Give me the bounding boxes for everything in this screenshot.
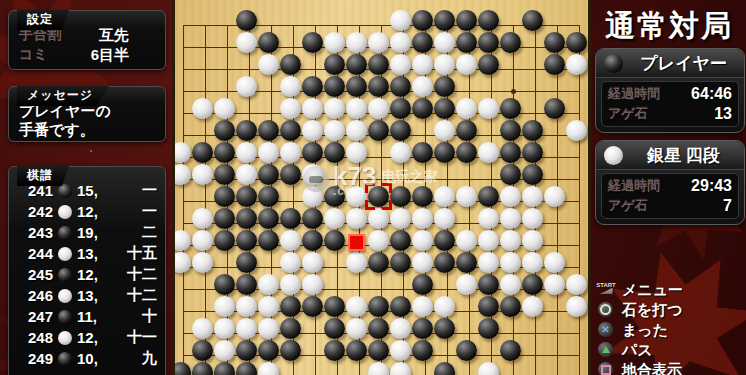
black-stone <box>390 252 411 273</box>
white-stone <box>302 252 323 273</box>
white-stone <box>192 164 213 185</box>
black-stone <box>324 230 345 251</box>
white-stone <box>500 252 521 273</box>
black-stone <box>280 164 301 185</box>
white-stone <box>390 54 411 75</box>
black-stone <box>544 32 565 53</box>
white-stone <box>456 98 477 119</box>
controller-hints: START メニュー 石を打つ ✕ まった パス 地合表示 <box>598 280 683 375</box>
white-stone <box>544 274 565 295</box>
white-stone <box>172 230 191 251</box>
black-stone <box>280 54 301 75</box>
black-stone <box>302 32 323 53</box>
white-stone-icon <box>604 146 623 165</box>
black-stone <box>456 10 477 31</box>
black-stone <box>214 142 235 163</box>
white-stone <box>478 252 499 273</box>
white-stone <box>390 208 411 229</box>
captures-value: 13 <box>714 105 732 123</box>
white-stone <box>522 208 543 229</box>
captures-label: アゲ石 <box>608 197 648 215</box>
white-stone <box>236 296 257 317</box>
white-stone <box>258 318 279 339</box>
black-stone <box>522 274 543 295</box>
black-stone <box>236 340 257 361</box>
white-stone <box>214 296 235 317</box>
white-stone <box>478 98 499 119</box>
black-stone <box>434 76 455 97</box>
player-black-stats: 経過時間 64:46 アゲ石 13 <box>601 81 739 127</box>
white-stone <box>434 54 455 75</box>
white-stone <box>172 252 191 273</box>
white-stone <box>500 274 521 295</box>
black-stone <box>412 274 433 295</box>
elapsed-time-value: 64:46 <box>691 85 732 103</box>
black-stone <box>390 296 411 317</box>
white-stone <box>522 252 543 273</box>
white-stone <box>368 98 389 119</box>
white-stone <box>172 164 191 185</box>
black-stone <box>412 142 433 163</box>
black-stone <box>522 142 543 163</box>
black-stone <box>280 296 301 317</box>
black-stone <box>390 120 411 141</box>
triangle-button-icon <box>598 342 614 358</box>
white-stone <box>258 296 279 317</box>
white-stone <box>500 208 521 229</box>
white-stone <box>324 32 345 53</box>
black-stone <box>500 340 521 361</box>
white-stone <box>390 318 411 339</box>
white-stone <box>566 54 587 75</box>
white-stone <box>346 186 367 207</box>
white-stone <box>456 230 477 251</box>
white-stone <box>258 274 279 295</box>
black-stone <box>456 120 477 141</box>
white-stone <box>500 186 521 207</box>
black-stone <box>478 32 499 53</box>
white-stone <box>434 120 455 141</box>
white-stone <box>302 164 323 185</box>
white-stone <box>522 296 543 317</box>
white-stone <box>214 98 235 119</box>
black-stone <box>478 10 499 31</box>
black-stone <box>390 186 411 207</box>
black-stone <box>214 274 235 295</box>
white-stone-icon <box>58 289 72 303</box>
black-stone <box>368 340 389 361</box>
black-stone <box>236 10 257 31</box>
kifu-move-row: 24812,十一 <box>9 327 165 348</box>
black-stone <box>500 142 521 163</box>
elapsed-time-label: 経過時間 <box>608 177 660 195</box>
white-stone <box>478 142 499 163</box>
white-stone <box>192 252 213 273</box>
black-stone <box>500 120 521 141</box>
white-stone <box>368 32 389 53</box>
white-stone <box>456 54 477 75</box>
black-stone <box>236 186 257 207</box>
black-stone <box>302 230 323 251</box>
white-stone-icon <box>58 331 72 345</box>
black-stone <box>390 76 411 97</box>
black-stone <box>478 186 499 207</box>
black-stone <box>236 252 257 273</box>
black-stone <box>368 296 389 317</box>
elapsed-time-value: 29:43 <box>691 177 732 195</box>
black-stone <box>258 186 279 207</box>
captures-value: 7 <box>723 197 732 215</box>
black-stone <box>302 296 323 317</box>
white-stone <box>192 318 213 339</box>
black-stone <box>214 208 235 229</box>
black-stone <box>258 208 279 229</box>
black-stone <box>280 318 301 339</box>
black-stone <box>434 142 455 163</box>
black-stone <box>412 340 433 361</box>
white-stone <box>346 142 367 163</box>
black-stone <box>324 340 345 361</box>
black-stone <box>544 98 565 119</box>
player-white-header: 銀星 四段 <box>596 141 744 170</box>
kifu-move-row: 24910,九 <box>9 348 165 369</box>
white-stone <box>302 98 323 119</box>
kifu-move-row: 24212,一 <box>9 201 165 222</box>
black-stone <box>434 10 455 31</box>
white-stone <box>280 252 301 273</box>
white-stone <box>346 98 367 119</box>
white-stone <box>368 208 389 229</box>
komi-label: コミ <box>19 46 48 64</box>
black-stone <box>456 252 477 273</box>
komi-row: コミ 6目半 <box>9 45 165 65</box>
white-stone <box>236 32 257 53</box>
black-stone <box>258 164 279 185</box>
white-stone <box>192 98 213 119</box>
white-stone <box>346 252 367 273</box>
white-stone <box>214 318 235 339</box>
white-stone <box>412 252 433 273</box>
white-stone <box>390 10 411 31</box>
square-button-icon <box>598 362 614 375</box>
black-stone <box>478 318 499 339</box>
black-stone <box>368 318 389 339</box>
white-stone <box>172 142 191 163</box>
placement-cursor[interactable] <box>348 234 365 251</box>
black-stone <box>214 120 235 141</box>
white-stone <box>478 230 499 251</box>
white-stone <box>390 32 411 53</box>
white-stone <box>522 230 543 251</box>
black-stone <box>324 318 345 339</box>
white-stone <box>280 76 301 97</box>
black-stone <box>456 340 477 361</box>
black-stone-icon <box>58 268 72 282</box>
black-stone <box>368 120 389 141</box>
white-stone <box>236 76 257 97</box>
star-point <box>511 89 516 94</box>
white-stone <box>566 120 587 141</box>
black-stone <box>478 274 499 295</box>
player-black-header: プレイヤー <box>596 49 744 78</box>
black-stone <box>236 120 257 141</box>
kifu-move-row: 24711,十 <box>9 306 165 327</box>
black-stone <box>258 32 279 53</box>
white-stone <box>236 164 257 185</box>
last-move-marker <box>365 183 392 210</box>
white-stone <box>302 120 323 141</box>
white-stone <box>324 120 345 141</box>
black-stone <box>434 98 455 119</box>
black-stone <box>258 120 279 141</box>
white-stone <box>236 142 257 163</box>
black-stone <box>280 340 301 361</box>
black-stone <box>324 54 345 75</box>
black-stone <box>302 208 323 229</box>
white-stone <box>434 208 455 229</box>
black-stone <box>258 340 279 361</box>
white-stone <box>214 340 235 361</box>
black-stone <box>412 98 433 119</box>
black-stone <box>368 54 389 75</box>
black-stone <box>500 164 521 185</box>
white-stone <box>324 208 345 229</box>
white-stone <box>478 208 499 229</box>
message-panel: メッセージ プレイヤーの 手番です。 <box>8 86 166 142</box>
menu-control[interactable]: START メニュー <box>598 280 683 300</box>
white-stone <box>412 54 433 75</box>
white-stone <box>544 186 565 207</box>
black-stone <box>434 318 455 339</box>
white-stone <box>522 186 543 207</box>
white-stone-icon <box>58 205 72 219</box>
white-stone <box>566 296 587 317</box>
player-black-panel: プレイヤー 経過時間 64:46 アゲ石 13 <box>595 48 745 133</box>
white-stone <box>434 186 455 207</box>
black-stone <box>412 318 433 339</box>
white-stone <box>412 208 433 229</box>
white-stone <box>434 296 455 317</box>
black-stone <box>324 142 345 163</box>
pass-control[interactable]: パス <box>598 340 683 360</box>
goban[interactable]: k73 .com 电玩之家 <box>172 0 591 375</box>
white-stone <box>236 318 257 339</box>
start-button-icon: START <box>598 282 614 298</box>
white-stone <box>412 230 433 251</box>
black-stone <box>346 340 367 361</box>
white-stone <box>346 120 367 141</box>
kifu-panel: 棋譜 24115,一24212,一24319,二24413,十五24512,十二… <box>8 166 166 375</box>
black-stone <box>500 32 521 53</box>
settings-panel-header: 設定 <box>17 10 69 30</box>
kifu-panel-header: 棋譜 <box>17 166 69 186</box>
black-stone-icon <box>604 54 623 73</box>
black-stone <box>302 76 323 97</box>
game-mode-title: 通常対局 <box>594 6 744 47</box>
white-stone <box>192 230 213 251</box>
black-stone <box>324 76 345 97</box>
white-stone <box>280 274 301 295</box>
white-stone <box>346 208 367 229</box>
black-stone <box>280 120 301 141</box>
white-stone <box>412 76 433 97</box>
settings-panel: 設定 手合割 互先 コミ 6目半 <box>8 10 166 70</box>
white-stone <box>258 54 279 75</box>
elapsed-time-label: 経過時間 <box>608 85 660 103</box>
black-stone <box>566 32 587 53</box>
black-stone <box>368 76 389 97</box>
white-stone <box>280 142 301 163</box>
black-stone <box>302 142 323 163</box>
black-stone <box>412 10 433 31</box>
white-stone <box>390 142 411 163</box>
komi-value: 6目半 <box>91 46 129 65</box>
handicap-value: 互先 <box>99 26 129 45</box>
black-stone <box>258 230 279 251</box>
black-stone <box>456 32 477 53</box>
white-stone <box>346 318 367 339</box>
black-stone <box>236 230 257 251</box>
black-stone <box>324 296 345 317</box>
place-stone-control[interactable]: 石を打つ <box>598 300 683 320</box>
black-stone <box>346 76 367 97</box>
black-stone <box>192 142 213 163</box>
white-stone <box>566 274 587 295</box>
black-stone <box>522 164 543 185</box>
black-stone <box>236 274 257 295</box>
black-stone <box>346 54 367 75</box>
black-stone <box>192 340 213 361</box>
undo-control[interactable]: ✕ まった <box>598 320 683 340</box>
white-stone <box>302 274 323 295</box>
black-stone <box>500 296 521 317</box>
black-stone-icon <box>58 226 72 240</box>
black-stone-icon <box>58 352 72 366</box>
black-stone <box>390 98 411 119</box>
black-stone <box>236 208 257 229</box>
black-stone <box>412 186 433 207</box>
player-white-panel: 銀星 四段 経過時間 29:43 アゲ石 7 <box>595 140 745 225</box>
black-stone <box>522 120 543 141</box>
white-stone <box>280 230 301 251</box>
black-stone <box>478 54 499 75</box>
black-stone <box>434 230 455 251</box>
player-white-stats: 経過時間 29:43 アゲ石 7 <box>601 173 739 219</box>
background-speckles <box>0 0 2 2</box>
white-stone <box>368 230 389 251</box>
white-stone <box>500 230 521 251</box>
white-stone <box>258 142 279 163</box>
black-stone <box>522 10 543 31</box>
player-black-name: プレイヤー <box>631 52 736 75</box>
white-stone <box>346 296 367 317</box>
message-panel-header: メッセージ <box>17 86 109 106</box>
white-stone <box>280 98 301 119</box>
black-stone-icon <box>58 310 72 324</box>
cross-button-icon: ✕ <box>598 322 614 338</box>
black-stone <box>214 230 235 251</box>
black-stone <box>390 230 411 251</box>
territory-control[interactable]: 地合表示 <box>598 360 683 375</box>
black-stone <box>412 32 433 53</box>
white-stone-icon <box>58 247 72 261</box>
white-stone <box>434 32 455 53</box>
kifu-move-row: 24512,十二 <box>9 264 165 285</box>
black-stone <box>434 252 455 273</box>
captures-label: アゲ石 <box>608 105 648 123</box>
white-stone <box>456 274 477 295</box>
kifu-move-row: 24319,二 <box>9 222 165 243</box>
black-stone <box>324 186 345 207</box>
white-stone <box>346 32 367 53</box>
circle-button-icon <box>598 302 614 318</box>
black-stone <box>368 252 389 273</box>
white-stone <box>192 208 213 229</box>
white-stone <box>302 186 323 207</box>
black-stone <box>214 186 235 207</box>
black-stone <box>544 54 565 75</box>
black-stone <box>478 296 499 317</box>
kifu-move-row: 24613,十二 <box>9 285 165 306</box>
white-stone <box>390 340 411 361</box>
black-stone <box>500 98 521 119</box>
player-white-name: 銀星 四段 <box>631 144 736 167</box>
white-stone <box>456 186 477 207</box>
black-stone <box>214 164 235 185</box>
white-stone <box>412 296 433 317</box>
black-stone <box>280 208 301 229</box>
black-stone <box>456 142 477 163</box>
kifu-list[interactable]: 24115,一24212,一24319,二24413,十五24512,十二246… <box>9 180 165 369</box>
white-stone <box>324 98 345 119</box>
kifu-move-row: 24413,十五 <box>9 243 165 264</box>
white-stone <box>544 252 565 273</box>
